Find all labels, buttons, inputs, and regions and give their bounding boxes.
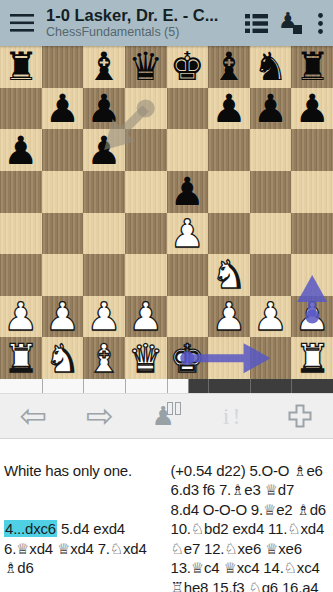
piece-black-pawn: ♟ bbox=[250, 88, 292, 130]
eval-bar-tick bbox=[42, 379, 43, 393]
piece-white-bishop: ♝ bbox=[83, 337, 125, 379]
square-b8[interactable] bbox=[42, 46, 84, 88]
piece-white-knight: ♞ bbox=[208, 254, 250, 296]
square-a7[interactable] bbox=[0, 88, 42, 130]
setup-square-glyph bbox=[293, 25, 302, 34]
piece-black-pawn: ♟ bbox=[208, 88, 250, 130]
square-f2[interactable]: ♟ bbox=[208, 296, 250, 338]
piece-black-queen: ♛ bbox=[125, 46, 167, 88]
add-move-button[interactable] bbox=[272, 396, 328, 436]
commentary-intro: White has only one. bbox=[4, 461, 165, 481]
eval-bar-tick bbox=[208, 379, 209, 393]
square-g5[interactable] bbox=[250, 171, 292, 213]
annotation-button[interactable]: i! bbox=[205, 396, 261, 436]
square-h3[interactable] bbox=[291, 254, 333, 296]
square-c2[interactable]: ♟ bbox=[83, 296, 125, 338]
square-d5[interactable] bbox=[125, 171, 167, 213]
eval-bar-tick bbox=[250, 379, 251, 393]
app-bar: 1-0 Lasker, Dr. E. - C... ChessFundament… bbox=[0, 0, 333, 46]
previous-move-arrow-icon: ⇦ bbox=[19, 396, 47, 436]
piece-black-pawn: ♟ bbox=[83, 88, 125, 130]
square-f4[interactable] bbox=[208, 213, 250, 255]
square-c1[interactable]: ♝ bbox=[83, 337, 125, 379]
square-h1[interactable]: ♜ bbox=[291, 337, 333, 379]
eval-bar-white-part bbox=[0, 379, 189, 393]
square-a2[interactable]: ♟ bbox=[0, 296, 42, 338]
square-h6[interactable] bbox=[291, 129, 333, 171]
square-b5[interactable] bbox=[42, 171, 84, 213]
piece-black-bishop: ♝ bbox=[83, 46, 125, 88]
square-d7[interactable] bbox=[125, 88, 167, 130]
piece-white-king: ♚ bbox=[167, 337, 209, 379]
square-h8[interactable]: ♜ bbox=[291, 46, 333, 88]
game-list-icon[interactable] bbox=[239, 3, 273, 43]
square-f1[interactable] bbox=[208, 337, 250, 379]
square-a3[interactable] bbox=[0, 254, 42, 296]
eval-bar-tick bbox=[291, 379, 292, 393]
square-d3[interactable] bbox=[125, 254, 167, 296]
piece-black-pawn: ♟ bbox=[167, 171, 209, 213]
current-move-highlight[interactable]: 4...dxc6 bbox=[4, 520, 57, 537]
square-a5[interactable] bbox=[0, 171, 42, 213]
piece-black-rook: ♜ bbox=[291, 46, 333, 88]
board-setup-icon[interactable]: ♟ bbox=[273, 3, 307, 43]
square-h7[interactable]: ♟ bbox=[291, 88, 333, 130]
square-e2[interactable] bbox=[167, 296, 209, 338]
engine-line-text[interactable]: (+0.54 d22) 5.O-O ♗e6 6.d3 f6 7.♗e3 ♕d7 … bbox=[171, 462, 326, 592]
piece-black-pawn: ♟ bbox=[0, 129, 42, 171]
square-g7[interactable]: ♟ bbox=[250, 88, 292, 130]
previous-move-button[interactable]: ⇦ bbox=[5, 396, 61, 436]
piece-black-knight: ♞ bbox=[250, 46, 292, 88]
piece-black-rook: ♜ bbox=[0, 46, 42, 88]
square-h4[interactable] bbox=[291, 213, 333, 255]
engine-pause-icon: ♟ bbox=[151, 401, 181, 431]
square-f6[interactable] bbox=[208, 129, 250, 171]
square-c4[interactable] bbox=[83, 213, 125, 255]
piece-black-king: ♚ bbox=[167, 46, 209, 88]
square-g1[interactable] bbox=[250, 337, 292, 379]
piece-white-pawn: ♟ bbox=[250, 296, 292, 338]
game-moves: 4...dxc6 5.d4 exd4 6.♕xd4 ♕xd4 7.♘xd4 ♗d… bbox=[4, 500, 165, 578]
notation-area: White has only one. 4...dxc6 5.d4 exd4 6… bbox=[0, 439, 333, 592]
square-a8[interactable]: ♜ bbox=[0, 46, 42, 88]
engine-pane[interactable]: (+0.54 d22) 5.O-O ♗e6 6.d3 f6 7.♗e3 ♕d7 … bbox=[167, 439, 333, 592]
square-e1[interactable]: ♚ bbox=[167, 337, 209, 379]
square-g3[interactable] bbox=[250, 254, 292, 296]
square-e3[interactable] bbox=[167, 254, 209, 296]
piece-white-pawn: ♟ bbox=[83, 296, 125, 338]
square-d2[interactable]: ♟ bbox=[125, 296, 167, 338]
piece-white-pawn: ♟ bbox=[291, 296, 333, 338]
annotation-i-exclam-icon: i! bbox=[223, 403, 244, 430]
eval-bar-tick bbox=[125, 379, 126, 393]
square-c6[interactable]: ♟ bbox=[83, 129, 125, 171]
plus-icon bbox=[285, 401, 315, 431]
square-b7[interactable]: ♟ bbox=[42, 88, 84, 130]
square-b6[interactable] bbox=[42, 129, 84, 171]
hamburger-menu-icon[interactable] bbox=[0, 14, 44, 32]
square-c5[interactable] bbox=[83, 171, 125, 213]
square-b4[interactable] bbox=[42, 213, 84, 255]
piece-white-pawn: ♟ bbox=[125, 296, 167, 338]
piece-white-queen: ♛ bbox=[125, 337, 167, 379]
piece-black-bishop: ♝ bbox=[208, 46, 250, 88]
square-f8[interactable]: ♝ bbox=[208, 46, 250, 88]
square-g6[interactable] bbox=[250, 129, 292, 171]
square-c3[interactable] bbox=[83, 254, 125, 296]
commentary-pane[interactable]: White has only one. 4...dxc6 5.d4 exd4 6… bbox=[0, 439, 167, 592]
square-e6[interactable] bbox=[167, 129, 209, 171]
chess-board[interactable]: ♜♝♛♚♝♞♜♟♟♟♟♟♟♟♟♟♞♟♟♟♟♟♟♟♜♞♝♛♚♜ bbox=[0, 46, 333, 379]
piece-white-rook: ♜ bbox=[0, 337, 42, 379]
square-g8[interactable]: ♞ bbox=[250, 46, 292, 88]
piece-black-pawn: ♟ bbox=[83, 129, 125, 171]
piece-white-pawn: ♟ bbox=[0, 296, 42, 338]
piece-black-pawn: ♟ bbox=[291, 88, 333, 130]
piece-white-knight: ♞ bbox=[42, 337, 84, 379]
piece-black-pawn: ♟ bbox=[42, 88, 84, 130]
square-d1[interactable]: ♛ bbox=[125, 337, 167, 379]
square-e7[interactable] bbox=[167, 88, 209, 130]
square-a6[interactable]: ♟ bbox=[0, 129, 42, 171]
square-c7[interactable]: ♟ bbox=[83, 88, 125, 130]
square-g4[interactable] bbox=[250, 213, 292, 255]
move-toolbar: ⇦ ⇨ ♟ i! bbox=[0, 393, 333, 439]
square-h5[interactable] bbox=[291, 171, 333, 213]
square-f7[interactable]: ♟ bbox=[208, 88, 250, 130]
page-subtitle: ChessFundamentals (5) bbox=[46, 25, 239, 39]
piece-white-pawn: ♟ bbox=[42, 296, 84, 338]
square-a4[interactable] bbox=[0, 213, 42, 255]
square-g2[interactable]: ♟ bbox=[250, 296, 292, 338]
square-d4[interactable] bbox=[125, 213, 167, 255]
next-move-button[interactable]: ⇨ bbox=[72, 396, 128, 436]
board-grid[interactable]: ♜♝♛♚♝♞♜♟♟♟♟♟♟♟♟♟♞♟♟♟♟♟♟♟♜♞♝♛♚♜ bbox=[0, 46, 333, 379]
pause-bars-icon bbox=[167, 402, 181, 415]
square-b2[interactable]: ♟ bbox=[42, 296, 84, 338]
square-d8[interactable]: ♛ bbox=[125, 46, 167, 88]
piece-white-pawn: ♟ bbox=[208, 296, 250, 338]
square-e5[interactable]: ♟ bbox=[167, 171, 209, 213]
eval-bar-tick bbox=[83, 379, 84, 393]
engine-analysis-button[interactable]: ♟ bbox=[138, 396, 194, 436]
square-f3[interactable]: ♞ bbox=[208, 254, 250, 296]
overflow-menu-icon[interactable] bbox=[307, 3, 333, 43]
eval-bar-tick bbox=[167, 379, 168, 393]
square-b3[interactable] bbox=[42, 254, 84, 296]
piece-white-pawn: ♟ bbox=[167, 213, 209, 255]
square-d6[interactable] bbox=[125, 129, 167, 171]
square-e8[interactable]: ♚ bbox=[167, 46, 209, 88]
square-e4[interactable]: ♟ bbox=[167, 213, 209, 255]
square-a1[interactable]: ♜ bbox=[0, 337, 42, 379]
square-f5[interactable] bbox=[208, 171, 250, 213]
square-b1[interactable]: ♞ bbox=[42, 337, 84, 379]
piece-white-rook: ♜ bbox=[291, 337, 333, 379]
square-c8[interactable]: ♝ bbox=[83, 46, 125, 88]
eval-bar bbox=[0, 379, 333, 393]
next-move-arrow-icon: ⇨ bbox=[86, 396, 114, 436]
page-title: 1-0 Lasker, Dr. E. - C... bbox=[46, 6, 239, 25]
square-h2[interactable]: ♟ bbox=[291, 296, 333, 338]
